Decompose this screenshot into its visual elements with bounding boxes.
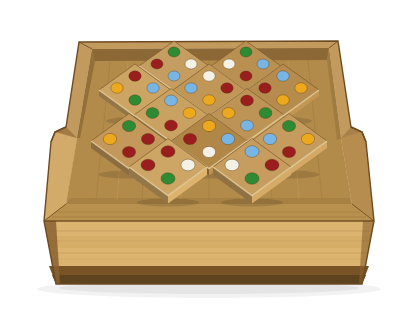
blue-dot-bottom xyxy=(168,71,180,81)
blue-dot-top xyxy=(165,95,178,106)
green-dot-bottom xyxy=(245,173,259,185)
blue-dot-right xyxy=(147,83,159,93)
blue-dot-right xyxy=(221,133,234,144)
yellow-dot-bottom xyxy=(203,95,215,105)
red-dot-left xyxy=(183,133,196,144)
green-dot-top xyxy=(240,47,252,57)
white-dot-left xyxy=(223,59,235,69)
white-dot-top xyxy=(203,71,215,81)
red-dot-top xyxy=(129,71,141,81)
yellow-dot-top xyxy=(202,120,215,131)
puzzle-box-drawing xyxy=(0,0,416,312)
yellow-dot-bottom xyxy=(277,95,289,105)
white-dot-right xyxy=(181,159,195,171)
red-dot-bottom xyxy=(282,146,295,157)
red-dot-bottom xyxy=(240,71,252,81)
yellow-dot-right xyxy=(295,83,307,93)
red-dot-right xyxy=(221,83,233,93)
red-dot-top xyxy=(161,146,175,158)
blue-dot-left xyxy=(185,83,197,93)
green-dot-right xyxy=(259,108,272,119)
blue-dot-top xyxy=(245,146,259,158)
blue-dot-top xyxy=(277,71,289,81)
red-dot-right xyxy=(141,133,154,144)
puzzle-box-scene xyxy=(0,0,416,312)
yellow-dot-right xyxy=(301,133,314,144)
blue-dot-bottom xyxy=(241,120,254,131)
yellow-dot-right xyxy=(183,108,196,119)
red-dot-right xyxy=(265,159,279,171)
red-dot-left xyxy=(151,59,163,69)
yellow-dot-left xyxy=(111,83,123,93)
green-dot-top xyxy=(168,47,180,57)
green-dot-top xyxy=(122,120,135,131)
red-dot-left xyxy=(259,83,271,93)
green-dot-top xyxy=(282,120,295,131)
blue-dot-right xyxy=(257,59,269,69)
white-dot-left xyxy=(225,159,239,171)
red-dot-left xyxy=(141,159,155,171)
yellow-dot-left xyxy=(222,108,235,119)
red-dot-bottom xyxy=(165,120,178,131)
green-dot-left xyxy=(146,108,159,119)
red-dot-bottom xyxy=(122,146,135,157)
green-dot-bottom xyxy=(161,173,175,185)
green-dot-bottom xyxy=(129,95,141,105)
blue-dot-left xyxy=(263,133,276,144)
white-dot-right xyxy=(185,59,197,69)
white-dot-bottom xyxy=(202,146,215,157)
yellow-dot-left xyxy=(103,133,116,144)
red-dot-top xyxy=(241,95,254,106)
box-front-face xyxy=(44,221,374,284)
